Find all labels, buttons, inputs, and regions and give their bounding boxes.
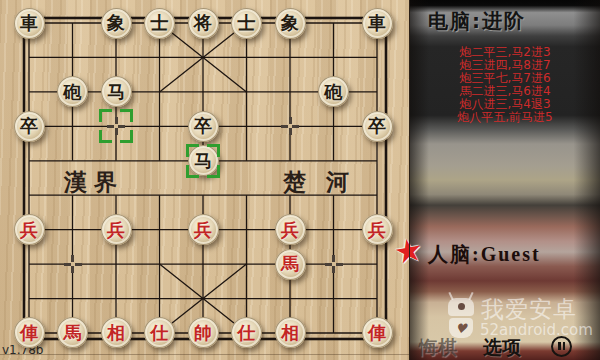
move-list: 炮二平三,马2进3炮三进四,马8进7炮三平七,马7进6馬二进三,马6进4炮八进三… bbox=[410, 46, 600, 124]
board-bottom-seam bbox=[0, 354, 410, 355]
undo-move-button[interactable]: 悔棋 bbox=[419, 335, 457, 360]
piece-black-elephant[interactable]: 象 bbox=[275, 8, 306, 39]
options-button[interactable]: 选项 bbox=[483, 335, 521, 360]
star-point-marker bbox=[281, 117, 299, 135]
piece-black-soldier[interactable]: 卒 bbox=[14, 111, 45, 142]
piece-red-elephant[interactable]: 相 bbox=[101, 317, 132, 348]
move-entry: 炮八平五,前马进5 bbox=[410, 111, 600, 124]
piece-black-rook[interactable]: 車 bbox=[362, 8, 393, 39]
board-sidebar-divider bbox=[409, 0, 410, 360]
star-point-marker bbox=[325, 255, 343, 273]
piece-red-soldier[interactable]: 兵 bbox=[188, 214, 219, 245]
river-label-left: 漢界 bbox=[64, 167, 124, 198]
piece-red-horse[interactable]: 馬 bbox=[275, 249, 306, 280]
human-player-row: ★ 人脑:Guest bbox=[410, 234, 600, 268]
piece-black-advisor[interactable]: 士 bbox=[231, 8, 262, 39]
piece-red-soldier[interactable]: 兵 bbox=[275, 214, 306, 245]
last-move-marker-to bbox=[186, 144, 220, 178]
piece-black-soldier[interactable]: 卒 bbox=[362, 111, 393, 142]
piece-red-elephant[interactable]: 相 bbox=[275, 317, 306, 348]
xiangqi-app-window: 車象士将士象車砲马砲卒卒卒马兵兵兵兵兵馬俥馬相仕帥仕相俥 漢界 楚河 v1.78… bbox=[0, 0, 600, 360]
piece-black-elephant[interactable]: 象 bbox=[101, 8, 132, 39]
piece-red-soldier[interactable]: 兵 bbox=[362, 214, 393, 245]
piece-black-rook[interactable]: 車 bbox=[14, 8, 45, 39]
human-player-label: 人脑:Guest bbox=[428, 241, 541, 268]
piece-red-rook[interactable]: 俥 bbox=[14, 317, 45, 348]
star-point-marker bbox=[64, 255, 82, 273]
piece-red-rook[interactable]: 俥 bbox=[362, 317, 393, 348]
bottom-button-row: 悔棋 选项 bbox=[410, 333, 600, 357]
pause-button-icon[interactable] bbox=[551, 336, 572, 357]
piece-red-general[interactable]: 帥 bbox=[188, 317, 219, 348]
piece-black-soldier[interactable]: 卒 bbox=[188, 111, 219, 142]
piece-black-general[interactable]: 将 bbox=[188, 8, 219, 39]
sidebar-panel: 电脑:进阶 炮二平三,马2进3炮三进四,马8进7炮三平七,马7进6馬二进三,马6… bbox=[410, 0, 600, 360]
computer-level-label: 电脑:进阶 bbox=[428, 8, 526, 35]
piece-red-soldier[interactable]: 兵 bbox=[14, 214, 45, 245]
piece-black-advisor[interactable]: 士 bbox=[144, 8, 175, 39]
piece-black-horse[interactable]: 马 bbox=[101, 76, 132, 107]
piece-red-soldier[interactable]: 兵 bbox=[101, 214, 132, 245]
river-label-right: 楚河 bbox=[283, 167, 369, 198]
last-move-marker-from bbox=[99, 109, 133, 143]
xiangqi-board[interactable]: 車象士将士象車砲马砲卒卒卒马兵兵兵兵兵馬俥馬相仕帥仕相俥 漢界 楚河 v1.78… bbox=[0, 0, 410, 360]
